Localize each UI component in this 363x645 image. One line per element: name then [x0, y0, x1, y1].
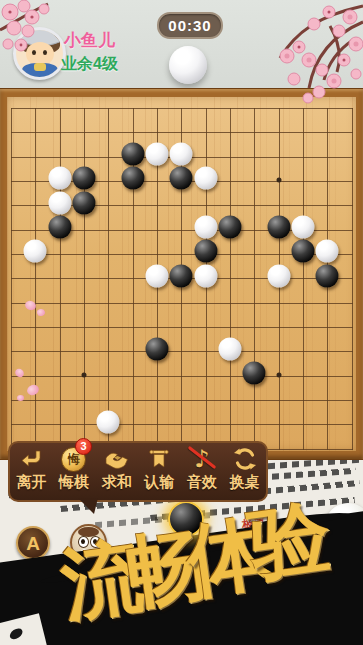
white-stone: [48, 167, 71, 190]
handshake-icon: [104, 446, 130, 472]
black-stone: [316, 264, 339, 287]
opponent-stone-color-indicator: [169, 46, 207, 84]
white-stone: [194, 216, 217, 239]
leave-button[interactable]: 离开: [11, 446, 51, 492]
white-stone: [218, 337, 241, 360]
undo-button[interactable]: 悔 3 悔棋: [54, 446, 94, 492]
white-stone: [267, 264, 290, 287]
opponent-avatar[interactable]: [13, 27, 66, 80]
white-stone: [145, 143, 168, 166]
leave-arrow-icon: [18, 446, 44, 472]
muted-note-icon: ♪: [189, 446, 215, 472]
opponent-rank: 业余4级: [61, 54, 118, 75]
avatar-eye: [32, 50, 36, 55]
change-table-refresh-icon: [232, 446, 258, 472]
gomoku-board[interactable]: [0, 88, 363, 460]
undo-coin-icon: 悔 3: [61, 446, 87, 472]
opponent-info-bar: 00:30 小鱼儿 业余4级: [0, 0, 363, 88]
black-stone: [291, 240, 314, 263]
board-surface[interactable]: [7, 97, 356, 451]
turn-timer: 00:30: [157, 12, 223, 39]
black-stone: [194, 240, 217, 263]
draw-offer-button[interactable]: 求和: [97, 446, 137, 492]
avatar-eye: [43, 50, 47, 55]
opponent-name: 小鱼儿: [64, 29, 115, 52]
black-stone: [218, 216, 241, 239]
white-stone: [194, 264, 217, 287]
white-stone: [48, 191, 71, 214]
avatar-collar: [34, 63, 46, 71]
white-stone: [24, 240, 47, 263]
black-stone: [72, 191, 95, 214]
black-stone: [267, 216, 290, 239]
black-stone: [72, 167, 95, 190]
quick-chat-button[interactable]: A: [16, 526, 50, 560]
black-stone: [170, 264, 193, 287]
white-stone: [145, 264, 168, 287]
calligraphy-char: 验: [245, 495, 335, 585]
black-stone: [121, 143, 144, 166]
petal-decoration: [17, 395, 24, 401]
sound-toggle-button[interactable]: ♪ 音效: [182, 446, 222, 492]
gomoku-game-screen: 00:30 小鱼儿 业余4级: [0, 0, 363, 645]
white-stone: [97, 410, 120, 433]
black-stone: [145, 337, 168, 360]
undo-count-badge: 3: [75, 438, 92, 455]
white-stone: [291, 216, 314, 239]
change-table-button[interactable]: 换桌: [225, 446, 265, 492]
star-point: [276, 178, 281, 183]
white-stone: [170, 143, 193, 166]
white-stone: [194, 167, 217, 190]
black-stone: [243, 362, 266, 385]
star-point: [81, 373, 86, 378]
surrender-banner-icon: [146, 446, 172, 472]
game-menu-toolbar: 离开 悔 3 悔棋 求和 认输: [8, 441, 268, 502]
resign-button[interactable]: 认输: [139, 446, 179, 492]
black-stone: [121, 167, 144, 190]
white-stone: [316, 240, 339, 263]
star-point: [276, 373, 281, 378]
black-stone: [170, 167, 193, 190]
black-stone: [48, 216, 71, 239]
